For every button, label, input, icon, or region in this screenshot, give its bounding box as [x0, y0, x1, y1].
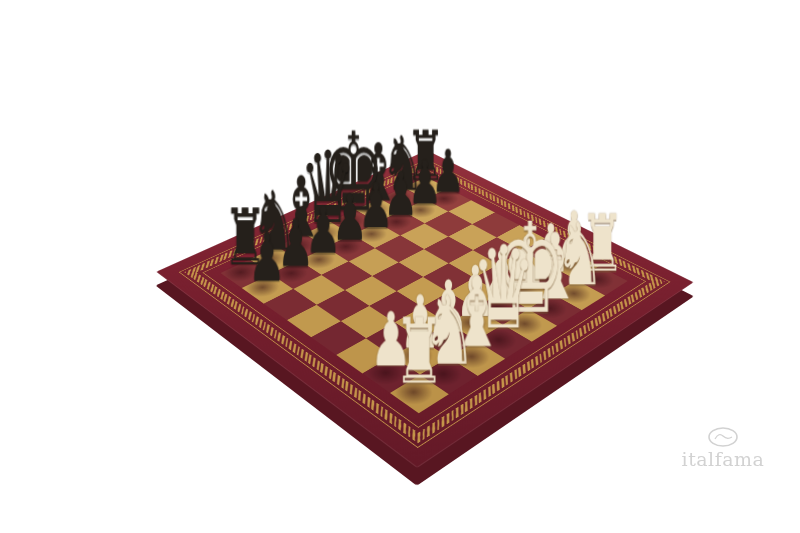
watermark-text: italfama: [668, 450, 778, 469]
chess-board: ♜♟♟♜♞♟♟♞♝♟♟♝♚♟♟♚♛♟♟♛♝♟♟♝♞♟♟♞♜♟♟♜: [156, 150, 693, 467]
piece-white-rook-a1[interactable]: ♜: [370, 313, 469, 390]
watermark: italfama: [668, 426, 778, 469]
piece-black-pawn-a7[interactable]: ♟: [224, 228, 311, 285]
board-frame: ♜♟♟♜♞♟♟♞♝♟♟♝♚♟♟♚♛♟♟♛♝♟♟♝♞♟♟♞♜♟♟♜: [156, 150, 693, 467]
product-photo: ♜♟♟♜♞♟♟♞♝♟♟♝♚♟♟♚♛♟♟♛♝♟♟♝♞♟♟♞♜♟♟♜ italfam…: [0, 0, 800, 533]
italfama-logo-icon: [706, 426, 740, 448]
